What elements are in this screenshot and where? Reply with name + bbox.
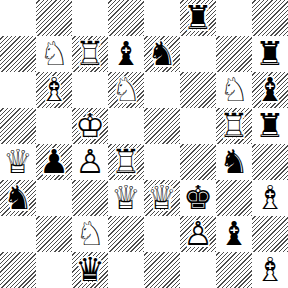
piece-glyph: ♘: [108, 72, 144, 108]
square-h7[interactable]: ♜: [252, 36, 288, 72]
square-c4[interactable]: ♟♙: [72, 144, 108, 180]
white-bishop-b6[interactable]: ♝♗: [36, 72, 72, 108]
black-queen-c1[interactable]: ♛: [72, 252, 108, 288]
black-pawn-b4[interactable]: ♟: [36, 144, 72, 180]
square-f7[interactable]: [180, 36, 216, 72]
square-b4[interactable]: ♟: [36, 144, 72, 180]
square-c8[interactable]: [72, 0, 108, 36]
piece-glyph: ♖: [108, 144, 144, 180]
black-rook-h5[interactable]: ♜: [252, 108, 288, 144]
white-knight-g6[interactable]: ♞♘: [216, 72, 252, 108]
square-a4[interactable]: ♛♕: [0, 144, 36, 180]
square-g4[interactable]: ♞: [216, 144, 252, 180]
piece-glyph: ♜: [252, 108, 288, 144]
piece-glyph: ♗: [252, 252, 288, 288]
square-h4[interactable]: [252, 144, 288, 180]
square-f3[interactable]: ♚: [180, 180, 216, 216]
square-g6[interactable]: ♞♘: [216, 72, 252, 108]
square-h6[interactable]: ♝: [252, 72, 288, 108]
black-knight-a3[interactable]: ♞: [0, 180, 36, 216]
piece-glyph: ♕: [0, 144, 36, 180]
square-d2[interactable]: [108, 216, 144, 252]
square-f8[interactable]: ♜: [180, 0, 216, 36]
square-c3[interactable]: [72, 180, 108, 216]
white-bishop-h1[interactable]: ♝♗: [252, 252, 288, 288]
piece-glyph: ♝: [252, 72, 288, 108]
white-pawn-c4[interactable]: ♟♙: [72, 144, 108, 180]
white-pawn-f2[interactable]: ♟♙: [180, 216, 216, 252]
piece-glyph: ♞: [216, 144, 252, 180]
square-e7[interactable]: ♞: [144, 36, 180, 72]
square-e2[interactable]: [144, 216, 180, 252]
black-king-f3[interactable]: ♚: [180, 180, 216, 216]
square-a5[interactable]: [0, 108, 36, 144]
square-h3[interactable]: ♝♗: [252, 180, 288, 216]
square-a8[interactable]: [0, 0, 36, 36]
white-bishop-h3[interactable]: ♝♗: [252, 180, 288, 216]
square-e5[interactable]: [144, 108, 180, 144]
piece-glyph: ♗: [252, 180, 288, 216]
piece-glyph: ♘: [72, 216, 108, 252]
square-b3[interactable]: [36, 180, 72, 216]
white-knight-b7[interactable]: ♞♘: [36, 36, 72, 72]
white-knight-c2[interactable]: ♞♘: [72, 216, 108, 252]
square-e6[interactable]: [144, 72, 180, 108]
square-d5[interactable]: [108, 108, 144, 144]
square-a6[interactable]: [0, 72, 36, 108]
white-queen-d3[interactable]: ♛♕: [108, 180, 144, 216]
square-f1[interactable]: [180, 252, 216, 288]
black-rook-f8[interactable]: ♜: [180, 0, 216, 36]
square-a3[interactable]: ♞: [0, 180, 36, 216]
square-b5[interactable]: [36, 108, 72, 144]
white-rook-c7[interactable]: ♜♖: [72, 36, 108, 72]
piece-glyph: ♟: [36, 144, 72, 180]
square-b8[interactable]: [36, 0, 72, 36]
black-rook-h7[interactable]: ♜: [252, 36, 288, 72]
white-rook-d4[interactable]: ♜♖: [108, 144, 144, 180]
piece-glyph: ♔: [72, 108, 108, 144]
piece-glyph: ♖: [72, 36, 108, 72]
square-f6[interactable]: [180, 72, 216, 108]
square-c6[interactable]: [72, 72, 108, 108]
piece-glyph: ♘: [216, 72, 252, 108]
square-a7[interactable]: [0, 36, 36, 72]
square-c1[interactable]: ♛: [72, 252, 108, 288]
piece-glyph: ♗: [36, 72, 72, 108]
black-bishop-d7[interactable]: ♝: [108, 36, 144, 72]
square-g8[interactable]: [216, 0, 252, 36]
square-c7[interactable]: ♜♖: [72, 36, 108, 72]
piece-glyph: ♜: [252, 36, 288, 72]
square-b1[interactable]: [36, 252, 72, 288]
black-knight-g4[interactable]: ♞: [216, 144, 252, 180]
piece-glyph: ♜: [180, 0, 216, 36]
square-c2[interactable]: ♞♘: [72, 216, 108, 252]
black-knight-e7[interactable]: ♞: [144, 36, 180, 72]
piece-glyph: ♖: [216, 108, 252, 144]
white-king-c5[interactable]: ♚♔: [72, 108, 108, 144]
square-h5[interactable]: ♜: [252, 108, 288, 144]
square-d8[interactable]: [108, 0, 144, 36]
square-g5[interactable]: ♜♖: [216, 108, 252, 144]
black-bishop-g2[interactable]: ♝: [216, 216, 252, 252]
piece-glyph: ♛: [72, 252, 108, 288]
piece-glyph: ♕: [108, 180, 144, 216]
square-h8[interactable]: [252, 0, 288, 36]
piece-glyph: ♕: [144, 180, 180, 216]
white-rook-g5[interactable]: ♜♖: [216, 108, 252, 144]
square-f5[interactable]: [180, 108, 216, 144]
square-b6[interactable]: ♝♗: [36, 72, 72, 108]
square-h1[interactable]: ♝♗: [252, 252, 288, 288]
square-a1[interactable]: [0, 252, 36, 288]
chess-board: ♜♞♘♜♖♝♞♜♝♗♞♘♞♘♝♚♔♜♖♜♛♕♟♟♙♜♖♞♞♛♕♛♕♚♝♗♞♘♟♙…: [0, 0, 288, 288]
piece-glyph: ♞: [0, 180, 36, 216]
piece-glyph: ♝: [216, 216, 252, 252]
square-e4[interactable]: [144, 144, 180, 180]
piece-glyph: ♙: [180, 216, 216, 252]
square-e8[interactable]: [144, 0, 180, 36]
square-f2[interactable]: ♟♙: [180, 216, 216, 252]
square-g1[interactable]: [216, 252, 252, 288]
piece-glyph: ♚: [180, 180, 216, 216]
square-g3[interactable]: [216, 180, 252, 216]
square-e1[interactable]: [144, 252, 180, 288]
square-d1[interactable]: [108, 252, 144, 288]
white-queen-a4[interactable]: ♛♕: [0, 144, 36, 180]
piece-glyph: ♝: [108, 36, 144, 72]
square-d3[interactable]: ♛♕: [108, 180, 144, 216]
piece-glyph: ♞: [144, 36, 180, 72]
square-b2[interactable]: [36, 216, 72, 252]
piece-glyph: ♙: [72, 144, 108, 180]
square-g2[interactable]: ♝: [216, 216, 252, 252]
white-knight-d6[interactable]: ♞♘: [108, 72, 144, 108]
square-d6[interactable]: ♞♘: [108, 72, 144, 108]
piece-glyph: ♘: [36, 36, 72, 72]
square-f4[interactable]: [180, 144, 216, 180]
black-bishop-h6[interactable]: ♝: [252, 72, 288, 108]
square-d4[interactable]: ♜♖: [108, 144, 144, 180]
square-g7[interactable]: [216, 36, 252, 72]
white-queen-e3[interactable]: ♛♕: [144, 180, 180, 216]
square-b7[interactable]: ♞♘: [36, 36, 72, 72]
square-c5[interactable]: ♚♔: [72, 108, 108, 144]
square-h2[interactable]: [252, 216, 288, 252]
square-a2[interactable]: [0, 216, 36, 252]
square-d7[interactable]: ♝: [108, 36, 144, 72]
square-e3[interactable]: ♛♕: [144, 180, 180, 216]
